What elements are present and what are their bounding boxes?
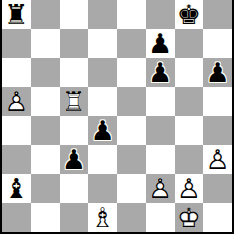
- piece-white-pawn: ♟♙: [146, 174, 175, 203]
- square-d3[interactable]: [88, 145, 117, 174]
- piece-white-bishop: ♝♗: [88, 203, 117, 232]
- square-c7[interactable]: [60, 29, 89, 58]
- square-d2[interactable]: [88, 174, 117, 203]
- square-a1[interactable]: [2, 203, 31, 232]
- square-a2[interactable]: ♝: [2, 174, 31, 203]
- square-f3[interactable]: [146, 145, 175, 174]
- square-f8[interactable]: [146, 0, 175, 29]
- square-d6[interactable]: [88, 58, 117, 87]
- square-c5[interactable]: ♜♖: [60, 87, 89, 116]
- square-a5[interactable]: ♟♙: [2, 87, 31, 116]
- square-d8[interactable]: [88, 0, 117, 29]
- piece-black-pawn: ♟: [146, 29, 175, 58]
- square-g7[interactable]: [175, 29, 204, 58]
- square-c1[interactable]: [60, 203, 89, 232]
- square-f6[interactable]: ♟: [146, 58, 175, 87]
- square-b7[interactable]: [31, 29, 60, 58]
- piece-black-pawn: ♟: [146, 58, 175, 87]
- piece-black-pawn: ♟: [60, 145, 89, 174]
- square-g3[interactable]: [175, 145, 204, 174]
- square-e5[interactable]: [117, 87, 146, 116]
- square-e2[interactable]: [117, 174, 146, 203]
- square-g4[interactable]: [175, 116, 204, 145]
- square-h6[interactable]: ♟: [203, 58, 232, 87]
- square-e6[interactable]: [117, 58, 146, 87]
- square-e8[interactable]: [117, 0, 146, 29]
- square-a6[interactable]: [2, 58, 31, 87]
- square-g2[interactable]: ♟♙: [175, 174, 204, 203]
- square-c2[interactable]: [60, 174, 89, 203]
- square-d4[interactable]: ♟: [88, 116, 117, 145]
- square-a8[interactable]: ♜: [2, 0, 31, 29]
- square-c6[interactable]: [60, 58, 89, 87]
- piece-black-king: ♚: [175, 0, 204, 29]
- square-b4[interactable]: [31, 116, 60, 145]
- square-b1[interactable]: [31, 203, 60, 232]
- square-b3[interactable]: [31, 145, 60, 174]
- square-b6[interactable]: [31, 58, 60, 87]
- square-e4[interactable]: [117, 116, 146, 145]
- square-b8[interactable]: [31, 0, 60, 29]
- square-c3[interactable]: ♟: [60, 145, 89, 174]
- square-f1[interactable]: [146, 203, 175, 232]
- piece-white-king: ♚♔: [175, 203, 204, 232]
- square-b2[interactable]: [31, 174, 60, 203]
- square-h1[interactable]: [203, 203, 232, 232]
- piece-white-pawn: ♟♙: [175, 174, 204, 203]
- piece-black-rook: ♜: [2, 0, 31, 29]
- square-a3[interactable]: [2, 145, 31, 174]
- square-d1[interactable]: ♝♗: [88, 203, 117, 232]
- piece-black-pawn: ♟: [88, 116, 117, 145]
- square-e3[interactable]: [117, 145, 146, 174]
- square-g8[interactable]: ♚: [175, 0, 204, 29]
- square-h8[interactable]: [203, 0, 232, 29]
- square-b5[interactable]: [31, 87, 60, 116]
- square-g6[interactable]: [175, 58, 204, 87]
- piece-black-bishop: ♝: [2, 174, 31, 203]
- chess-board: ♜♚♟♟♟♟♙♜♖♟♟♟♙♝♟♙♟♙♝♗♚♔: [0, 0, 234, 234]
- square-c8[interactable]: [60, 0, 89, 29]
- piece-black-pawn: ♟: [203, 58, 232, 87]
- square-h5[interactable]: [203, 87, 232, 116]
- square-f5[interactable]: [146, 87, 175, 116]
- square-f2[interactable]: ♟♙: [146, 174, 175, 203]
- square-a4[interactable]: [2, 116, 31, 145]
- square-c4[interactable]: [60, 116, 89, 145]
- square-d7[interactable]: [88, 29, 117, 58]
- square-h3[interactable]: ♟♙: [203, 145, 232, 174]
- piece-white-rook: ♜♖: [60, 87, 89, 116]
- square-h7[interactable]: [203, 29, 232, 58]
- square-f4[interactable]: [146, 116, 175, 145]
- square-a7[interactable]: [2, 29, 31, 58]
- square-h2[interactable]: [203, 174, 232, 203]
- square-d5[interactable]: [88, 87, 117, 116]
- piece-white-pawn: ♟♙: [203, 145, 232, 174]
- square-e7[interactable]: [117, 29, 146, 58]
- piece-white-pawn: ♟♙: [2, 87, 31, 116]
- square-g1[interactable]: ♚♔: [175, 203, 204, 232]
- square-f7[interactable]: ♟: [146, 29, 175, 58]
- square-g5[interactable]: [175, 87, 204, 116]
- square-h4[interactable]: [203, 116, 232, 145]
- square-e1[interactable]: [117, 203, 146, 232]
